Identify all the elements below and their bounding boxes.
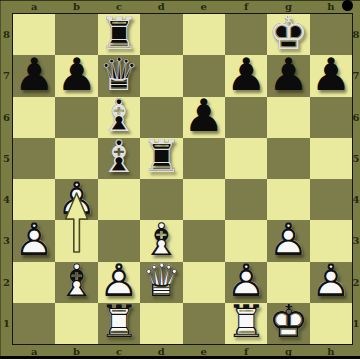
black-pawn-fill: ♟ [311, 52, 351, 97]
piece-white-pawn-icon[interactable]: ♟♙ [310, 262, 352, 303]
rank-label-7: 7 [352, 55, 360, 96]
piece-black-rook-icon[interactable]: ♜♖ [140, 138, 182, 179]
white-queen-detail: ♕ [141, 258, 181, 303]
rank-label-4: 4 [352, 179, 360, 220]
square-a3[interactable]: ♟♙ [13, 220, 55, 261]
square-f7[interactable]: ♟ [225, 55, 267, 96]
board-frame: abcdefgh abcdefgh 87654321 87654321 ♜♖♚♔… [0, 0, 360, 359]
side-to-move-indicator [342, 0, 353, 11]
square-h7[interactable]: ♟ [310, 55, 352, 96]
rank-label-5: 5 [0, 138, 13, 179]
square-e2[interactable] [183, 262, 225, 303]
square-h1[interactable] [310, 303, 352, 344]
square-d5[interactable]: ♜♖ [140, 138, 182, 179]
piece-black-pawn-icon[interactable]: ♟ [13, 55, 55, 96]
piece-black-pawn-icon[interactable]: ♟ [310, 55, 352, 96]
square-e4[interactable] [183, 179, 225, 220]
file-label-e: e [183, 0, 225, 13]
piece-white-pawn-icon[interactable]: ♟♙ [267, 220, 309, 261]
square-h6[interactable] [310, 97, 352, 138]
square-c1[interactable]: ♜♖ [98, 303, 140, 344]
square-a1[interactable] [13, 303, 55, 344]
rank-labels-right: 87654321 [352, 14, 360, 344]
square-g6[interactable] [267, 97, 309, 138]
white-pawn-detail: ♙ [268, 217, 308, 262]
rank-label-8: 8 [352, 14, 360, 55]
square-a2[interactable] [13, 262, 55, 303]
square-b4[interactable]: ♟♙ [55, 179, 97, 220]
rank-label-6: 6 [0, 97, 13, 138]
square-e6[interactable]: ♟ [183, 97, 225, 138]
rank-label-6: 6 [352, 97, 360, 138]
rank-label-1: 1 [352, 303, 360, 344]
piece-white-queen-icon[interactable]: ♛♕ [140, 262, 182, 303]
rank-label-4: 4 [0, 179, 13, 220]
square-e1[interactable] [183, 303, 225, 344]
square-d1[interactable] [140, 303, 182, 344]
file-label-a: a [13, 0, 55, 13]
square-a7[interactable]: ♟ [13, 55, 55, 96]
white-pawn-detail: ♙ [311, 258, 351, 303]
black-pawn-fill: ♟ [226, 52, 266, 97]
square-g7[interactable]: ♟ [267, 55, 309, 96]
square-h4[interactable] [310, 179, 352, 220]
square-d8[interactable] [140, 14, 182, 55]
piece-black-pawn-icon[interactable]: ♟ [267, 55, 309, 96]
black-pawn-fill: ♟ [56, 52, 96, 97]
white-rook-detail: ♖ [226, 300, 266, 345]
piece-white-rook-icon[interactable]: ♜♖ [98, 303, 140, 344]
square-b6[interactable] [55, 97, 97, 138]
piece-white-king-icon[interactable]: ♚♔ [267, 303, 309, 344]
square-h2[interactable]: ♟♙ [310, 262, 352, 303]
white-pawn-detail: ♙ [14, 217, 54, 262]
rank-labels-left: 87654321 [0, 14, 13, 344]
rank-label-5: 5 [352, 138, 360, 179]
square-f1[interactable]: ♜♖ [225, 303, 267, 344]
black-pawn-fill: ♟ [268, 52, 308, 97]
square-e8[interactable] [183, 14, 225, 55]
rank-label-2: 2 [352, 262, 360, 303]
black-pawn-fill: ♟ [184, 93, 224, 138]
piece-white-bishop-icon[interactable]: ♝♗ [55, 262, 97, 303]
black-bishop-detail: ♗ [99, 135, 139, 180]
square-a5[interactable] [13, 138, 55, 179]
piece-black-bishop-icon[interactable]: ♝♗ [98, 138, 140, 179]
piece-white-pawn-icon[interactable]: ♟♙ [55, 179, 97, 220]
square-f5[interactable] [225, 138, 267, 179]
square-g1[interactable]: ♚♔ [267, 303, 309, 344]
square-d2[interactable]: ♛♕ [140, 262, 182, 303]
square-g3[interactable]: ♟♙ [267, 220, 309, 261]
rank-label-7: 7 [0, 55, 13, 96]
square-e5[interactable] [183, 138, 225, 179]
white-bishop-detail: ♗ [56, 258, 96, 303]
rank-label-3: 3 [352, 220, 360, 261]
square-a6[interactable] [13, 97, 55, 138]
square-f6[interactable] [225, 97, 267, 138]
black-rook-detail: ♖ [141, 135, 181, 180]
white-pawn-detail: ♙ [56, 176, 96, 221]
file-label-f: f [225, 0, 267, 13]
rank-label-3: 3 [0, 220, 13, 261]
chess-board: ♜♖♚♔♟♟♛♕♟♟♟♝♗♟♝♗♜♖♟♙♟♙♝♗♟♙♝♗♟♙♛♕♟♙♟♙♜♖♜♖… [13, 14, 352, 344]
black-pawn-fill: ♟ [14, 52, 54, 97]
piece-black-pawn-icon[interactable]: ♟ [225, 55, 267, 96]
square-b2[interactable]: ♝♗ [55, 262, 97, 303]
square-b1[interactable] [55, 303, 97, 344]
square-c5[interactable]: ♝♗ [98, 138, 140, 179]
rank-label-8: 8 [0, 14, 13, 55]
piece-white-pawn-icon[interactable]: ♟♙ [13, 220, 55, 261]
piece-black-pawn-icon[interactable]: ♟ [183, 97, 225, 138]
rank-label-1: 1 [0, 303, 13, 344]
square-g5[interactable] [267, 138, 309, 179]
piece-white-rook-icon[interactable]: ♜♖ [225, 303, 267, 344]
white-king-detail: ♔ [268, 300, 308, 345]
white-rook-detail: ♖ [99, 300, 139, 345]
square-e3[interactable] [183, 220, 225, 261]
square-c4[interactable] [98, 179, 140, 220]
square-h5[interactable] [310, 138, 352, 179]
piece-black-pawn-icon[interactable]: ♟ [55, 55, 97, 96]
square-b7[interactable]: ♟ [55, 55, 97, 96]
square-d7[interactable] [140, 55, 182, 96]
rank-label-2: 2 [0, 262, 13, 303]
square-f4[interactable] [225, 179, 267, 220]
file-label-d: d [140, 0, 182, 13]
file-label-b: b [55, 0, 97, 13]
